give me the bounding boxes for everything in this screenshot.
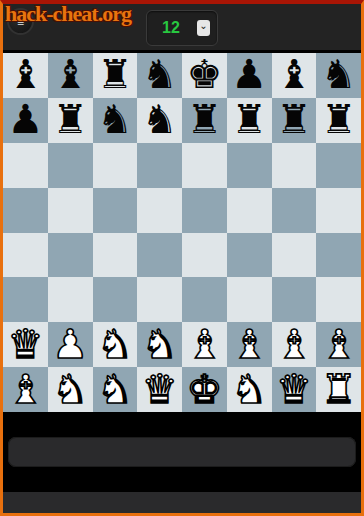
piece-white-bishop: ♝ [276, 324, 312, 364]
square-g4[interactable] [272, 233, 317, 278]
piece-black-rook: ♜ [321, 99, 357, 139]
piece-white-bishop: ♝ [231, 324, 267, 364]
square-g5[interactable] [272, 188, 317, 233]
square-e2[interactable]: ♝ [182, 322, 227, 367]
piece-black-rook: ♜ [52, 99, 88, 139]
square-d8[interactable]: ♞ [137, 53, 182, 98]
square-h3[interactable] [316, 277, 361, 322]
piece-black-knight: ♞ [142, 54, 178, 94]
square-f4[interactable] [227, 233, 272, 278]
square-d2[interactable]: ♞ [137, 322, 182, 367]
piece-black-knight: ♞ [142, 99, 178, 139]
piece-white-bishop: ♝ [7, 369, 43, 409]
piece-white-knight: ♞ [97, 324, 133, 364]
square-b7[interactable]: ♜ [48, 98, 93, 143]
square-e3[interactable] [182, 277, 227, 322]
square-f6[interactable] [227, 143, 272, 188]
square-a5[interactable] [3, 188, 48, 233]
square-e7[interactable]: ♜ [182, 98, 227, 143]
square-d5[interactable] [137, 188, 182, 233]
chevron-glyph: ⌄ [199, 21, 207, 31]
square-g6[interactable] [272, 143, 317, 188]
square-b1[interactable]: ♞ [48, 367, 93, 412]
menu-button[interactable]: ≡ [7, 8, 34, 35]
piece-black-pawn: ♟ [7, 99, 43, 139]
depth-select-value: 12 [162, 19, 180, 37]
square-a6[interactable] [3, 143, 48, 188]
app-window: ≡ 12 ⌄ ♝♝♜♞♚♟♝♞♟♜♞♞♜♜♜♜♛♟♞♞♝♝♝♝♝♞♞♛♚♞♛♜ … [0, 0, 364, 516]
square-b8[interactable]: ♝ [48, 53, 93, 98]
square-g8[interactable]: ♝ [272, 53, 317, 98]
square-e4[interactable] [182, 233, 227, 278]
piece-white-rook: ♜ [321, 369, 357, 409]
square-b5[interactable] [48, 188, 93, 233]
square-b4[interactable] [48, 233, 93, 278]
square-f3[interactable] [227, 277, 272, 322]
piece-black-rook: ♜ [276, 99, 312, 139]
square-c7[interactable]: ♞ [93, 98, 138, 143]
square-a3[interactable] [3, 277, 48, 322]
piece-black-rook: ♜ [186, 99, 222, 139]
status-panel [8, 437, 356, 467]
piece-black-king: ♚ [186, 54, 222, 94]
piece-black-knight: ♞ [321, 54, 357, 94]
square-d6[interactable] [137, 143, 182, 188]
square-e1[interactable]: ♚ [182, 367, 227, 412]
piece-white-queen: ♛ [7, 324, 43, 364]
bottom-panel [3, 492, 361, 513]
piece-white-bishop: ♝ [321, 324, 357, 364]
piece-white-knight: ♞ [142, 324, 178, 364]
square-h1[interactable]: ♜ [316, 367, 361, 412]
square-f2[interactable]: ♝ [227, 322, 272, 367]
piece-white-knight: ♞ [97, 369, 133, 409]
square-c1[interactable]: ♞ [93, 367, 138, 412]
square-f8[interactable]: ♟ [227, 53, 272, 98]
square-a2[interactable]: ♛ [3, 322, 48, 367]
square-a7[interactable]: ♟ [3, 98, 48, 143]
square-c2[interactable]: ♞ [93, 322, 138, 367]
square-h5[interactable] [316, 188, 361, 233]
square-g3[interactable] [272, 277, 317, 322]
square-b3[interactable] [48, 277, 93, 322]
chess-board: ♝♝♜♞♚♟♝♞♟♜♞♞♜♜♜♜♛♟♞♞♝♝♝♝♝♞♞♛♚♞♛♜ [3, 53, 361, 412]
menu-icon: ≡ [17, 16, 24, 28]
square-d3[interactable] [137, 277, 182, 322]
square-g7[interactable]: ♜ [272, 98, 317, 143]
piece-white-knight: ♞ [231, 369, 267, 409]
piece-black-bishop: ♝ [7, 54, 43, 94]
square-a4[interactable] [3, 233, 48, 278]
piece-black-rook: ♜ [231, 99, 267, 139]
square-f5[interactable] [227, 188, 272, 233]
square-g1[interactable]: ♛ [272, 367, 317, 412]
square-d7[interactable]: ♞ [137, 98, 182, 143]
square-h4[interactable] [316, 233, 361, 278]
piece-black-knight: ♞ [97, 99, 133, 139]
piece-white-king: ♚ [186, 369, 222, 409]
square-g2[interactable]: ♝ [272, 322, 317, 367]
square-h2[interactable]: ♝ [316, 322, 361, 367]
chevron-down-icon: ⌄ [197, 20, 210, 36]
square-e5[interactable] [182, 188, 227, 233]
square-f7[interactable]: ♜ [227, 98, 272, 143]
square-d1[interactable]: ♛ [137, 367, 182, 412]
square-c8[interactable]: ♜ [93, 53, 138, 98]
square-h6[interactable] [316, 143, 361, 188]
square-c4[interactable] [93, 233, 138, 278]
square-c5[interactable] [93, 188, 138, 233]
square-a1[interactable]: ♝ [3, 367, 48, 412]
piece-white-knight: ♞ [52, 369, 88, 409]
top-bar: ≡ 12 ⌄ [3, 4, 361, 50]
square-e6[interactable] [182, 143, 227, 188]
square-c6[interactable] [93, 143, 138, 188]
square-d4[interactable] [137, 233, 182, 278]
piece-white-queen: ♛ [142, 369, 178, 409]
piece-black-bishop: ♝ [276, 54, 312, 94]
depth-select[interactable]: 12 ⌄ [146, 10, 218, 46]
square-b2[interactable]: ♟ [48, 322, 93, 367]
piece-white-queen: ♛ [276, 369, 312, 409]
piece-white-pawn: ♟ [52, 324, 88, 364]
square-c3[interactable] [93, 277, 138, 322]
piece-white-bishop: ♝ [186, 324, 222, 364]
square-h8[interactable]: ♞ [316, 53, 361, 98]
square-a8[interactable]: ♝ [3, 53, 48, 98]
square-b6[interactable] [48, 143, 93, 188]
piece-black-bishop: ♝ [52, 54, 88, 94]
square-h7[interactable]: ♜ [316, 98, 361, 143]
piece-black-rook: ♜ [97, 54, 133, 94]
piece-black-pawn: ♟ [231, 54, 267, 94]
square-e8[interactable]: ♚ [182, 53, 227, 98]
square-f1[interactable]: ♞ [227, 367, 272, 412]
